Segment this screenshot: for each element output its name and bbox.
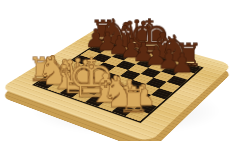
black-rook: ♜ — [83, 17, 122, 46]
square-b3 — [66, 70, 87, 80]
white-rook: ♜ — [20, 53, 64, 86]
square-d1: ♛ — [72, 91, 94, 102]
square-f1: ♝ — [98, 100, 121, 112]
chess-set-photo: ♜♞♝♛♚♝♞♜♟♟♟♟♟♟♟♟♟♟♟♟♟♟♟♟♜♞♝♛♚♝♞♜ — [0, 0, 240, 141]
black-pawn: ♟ — [122, 39, 164, 65]
square-h1: ♜ — [126, 109, 149, 121]
board-frame: ♜♞♝♛♚♝♞♜♟♟♟♟♟♟♟♟♟♟♟♟♟♟♟♟♜♞♝♛♚♝♞♜ — [0, 27, 232, 141]
white-queen: ♛ — [55, 52, 101, 100]
black-queen: ♛ — [117, 14, 158, 57]
chess-board: ♜♞♝♛♚♝♞♜♟♟♟♟♟♟♟♟♟♟♟♟♟♟♟♟♜♞♝♛♚♝♞♜ — [0, 27, 232, 141]
square-a1: ♜ — [35, 78, 57, 88]
white-pawn: ♟ — [42, 56, 86, 84]
scene: ♜♞♝♛♚♝♞♜♟♟♟♟♟♟♟♟♟♟♟♟♟♟♟♟♜♞♝♛♚♝♞♜ — [0, 0, 240, 141]
